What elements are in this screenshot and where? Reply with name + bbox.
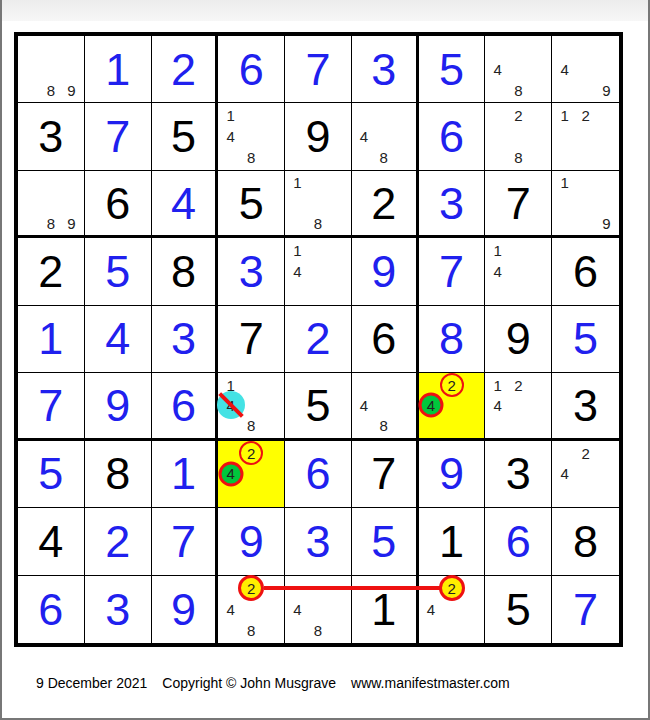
solved-digit: 9 xyxy=(239,519,264,564)
pencil-digit: 4 xyxy=(561,62,569,77)
cell-r6c5[interactable]: 5 xyxy=(285,373,352,440)
pencil-mark-1: 1 xyxy=(287,240,308,261)
cell-r3c3[interactable]: 4 xyxy=(152,171,219,238)
pencil-digit: 1 xyxy=(226,378,234,393)
pencil-mark-4: 4 xyxy=(487,59,508,80)
pencil-mark-2: 2 xyxy=(241,443,262,464)
cell-r2c5[interactable]: 9 xyxy=(285,103,352,170)
pencil-digit: 1 xyxy=(226,108,234,123)
solved-digit: 5 xyxy=(105,249,130,294)
pencil-mark-4: 4 xyxy=(287,599,308,620)
solved-digit: 6 xyxy=(506,519,531,564)
top-bar xyxy=(2,0,648,21)
pencil-digit: 1 xyxy=(561,108,569,123)
pencil-digit: 2 xyxy=(581,446,589,461)
footer-site: www.manifestmaster.com xyxy=(351,675,510,691)
pencil-mark-8: 8 xyxy=(308,213,329,233)
cell-r8c4[interactable]: 9 xyxy=(218,508,285,575)
given-digit: 2 xyxy=(38,249,63,294)
pencil-mark-4: 4 xyxy=(554,463,575,484)
cell-r6c8[interactable]: 124 xyxy=(485,373,552,440)
pencil-mark-1: 1 xyxy=(487,240,508,261)
given-digit: 4 xyxy=(38,519,63,564)
given-digit: 2 xyxy=(371,181,396,226)
solved-digit: 3 xyxy=(239,249,264,294)
cell-r3c9[interactable]: 19 xyxy=(552,171,619,238)
cell-r1c2[interactable]: 1 xyxy=(85,36,152,103)
solved-digit: 3 xyxy=(371,47,396,92)
pencil-digit: 9 xyxy=(67,216,75,231)
pencil-mark-4: 4 xyxy=(421,599,442,620)
pencil-mark-2: 2 xyxy=(575,443,596,464)
pencil-mark-8: 8 xyxy=(374,147,394,168)
cell-r7c6[interactable]: 7 xyxy=(352,441,419,508)
cell-r4c9[interactable]: 6 xyxy=(552,238,619,305)
pencil-digit: 8 xyxy=(514,150,522,165)
cell-r2c6[interactable]: 48 xyxy=(352,103,419,170)
solved-digit: 7 xyxy=(305,47,330,92)
pencil-marks: 148 xyxy=(220,105,282,167)
cell-r8c9[interactable]: 8 xyxy=(552,508,619,575)
pencil-marks: 89 xyxy=(20,173,82,233)
pencil-digit: 8 xyxy=(380,150,388,165)
cell-r6c3[interactable]: 6 xyxy=(152,373,219,440)
solved-digit: 7 xyxy=(171,519,196,564)
pencil-mark-2: 2 xyxy=(441,375,462,395)
footer-date: 9 December 2021 xyxy=(36,675,147,691)
pencil-mark-4: 4 xyxy=(554,59,575,80)
solved-digit: 7 xyxy=(439,249,464,294)
cell-r3c4[interactable]: 5 xyxy=(218,171,285,238)
given-digit: 9 xyxy=(506,316,531,361)
pencil-digit: 2 xyxy=(581,108,589,123)
pencil-mark-1: 1 xyxy=(220,105,241,126)
pencil-mark-2: 2 xyxy=(575,105,596,126)
pencil-digit: 4 xyxy=(494,62,502,77)
cell-r3c7[interactable]: 3 xyxy=(419,171,486,238)
pencil-marks: 28 xyxy=(487,105,549,167)
cell-r8c8[interactable]: 6 xyxy=(485,508,552,575)
pencil-mark-1: 1 xyxy=(554,105,575,126)
pencil-marks: 18 xyxy=(287,173,349,233)
pencil-digit: 4 xyxy=(226,602,234,617)
pencil-marks: 49 xyxy=(554,38,617,100)
pencil-digit: 8 xyxy=(47,216,55,231)
solved-digit: 6 xyxy=(239,47,264,92)
solved-digit: 1 xyxy=(38,316,63,361)
pencil-mark-1: 1 xyxy=(487,375,508,395)
cell-r8c5[interactable]: 3 xyxy=(285,508,352,575)
pencil-marks: 14 xyxy=(487,240,549,302)
pencil-mark-2: 2 xyxy=(441,578,462,599)
pencil-mark-9: 9 xyxy=(61,213,82,233)
pencil-mark-2: 2 xyxy=(241,578,262,599)
cell-r9c2[interactable]: 3 xyxy=(85,576,152,643)
given-digit: 3 xyxy=(573,383,598,428)
cell-r2c7[interactable]: 6 xyxy=(419,103,486,170)
cell-r2c2[interactable]: 7 xyxy=(85,103,152,170)
pencil-mark-4: 4 xyxy=(220,463,241,484)
given-digit: 5 xyxy=(305,383,330,428)
pencil-digit: 1 xyxy=(293,175,301,190)
pencil-digit: 9 xyxy=(602,83,610,98)
cell-r8c2[interactable]: 2 xyxy=(85,508,152,575)
cell-r1c5[interactable]: 7 xyxy=(285,36,352,103)
given-digit: 5 xyxy=(506,587,531,632)
pencil-digit: 4 xyxy=(494,264,502,279)
cell-r6c4[interactable]: 148 xyxy=(218,373,285,440)
pencil-mark-8: 8 xyxy=(374,416,394,436)
pencil-digit: 2 xyxy=(514,108,522,123)
pencil-digit: 4 xyxy=(494,398,502,413)
cell-r6c6[interactable]: 48 xyxy=(352,373,419,440)
solved-digit: 2 xyxy=(105,519,130,564)
solved-digit: 5 xyxy=(371,519,396,564)
pencil-mark-4: 4 xyxy=(421,395,442,415)
pencil-marks: 19 xyxy=(554,173,617,233)
pencil-digit: 4 xyxy=(293,264,301,279)
pencil-mark-8: 8 xyxy=(508,147,529,168)
pencil-mark-4: 4 xyxy=(220,599,241,620)
cell-r1c1[interactable]: 89 xyxy=(18,36,85,103)
cell-r1c6[interactable]: 3 xyxy=(352,36,419,103)
solved-digit: 9 xyxy=(171,587,196,632)
solved-digit: 3 xyxy=(171,316,196,361)
pencil-mark-4: 4 xyxy=(354,126,374,147)
cell-r1c3[interactable]: 2 xyxy=(152,36,219,103)
cell-r7c7[interactable]: 9 xyxy=(419,441,486,508)
cell-r5c8[interactable]: 9 xyxy=(485,306,552,373)
pencil-digit: 4 xyxy=(226,466,234,481)
given-digit: 8 xyxy=(105,451,130,496)
pencil-mark-8: 8 xyxy=(241,620,262,641)
pencil-digit: 1 xyxy=(494,243,502,258)
given-digit: 7 xyxy=(239,316,264,361)
pencil-digit: 1 xyxy=(293,243,301,258)
pencil-marks: 12 xyxy=(554,105,617,167)
pencil-mark-9: 9 xyxy=(61,80,82,101)
cell-r4c5[interactable]: 14 xyxy=(285,238,352,305)
solved-digit: 5 xyxy=(573,316,598,361)
cell-r5c5[interactable]: 2 xyxy=(285,306,352,373)
cell-r7c2[interactable]: 8 xyxy=(85,441,152,508)
given-digit: 7 xyxy=(506,181,531,226)
pencil-mark-8: 8 xyxy=(308,620,329,641)
cell-r3c6[interactable]: 2 xyxy=(352,171,419,238)
pencil-mark-4: 4 xyxy=(220,126,241,147)
solved-digit: 6 xyxy=(38,587,63,632)
cell-r5c2[interactable]: 4 xyxy=(85,306,152,373)
chain-link-line xyxy=(264,586,442,590)
cell-r9c1[interactable]: 6 xyxy=(18,576,85,643)
solved-digit: 5 xyxy=(38,451,63,496)
cell-r6c1[interactable]: 7 xyxy=(18,373,85,440)
given-digit: 8 xyxy=(573,519,598,564)
cell-r1c9[interactable]: 49 xyxy=(552,36,619,103)
solved-digit: 9 xyxy=(105,383,130,428)
solved-digit: 7 xyxy=(573,587,598,632)
pencil-mark-4: 4 xyxy=(354,395,374,415)
pencil-mark-8: 8 xyxy=(508,80,529,101)
cell-r4c1[interactable]: 2 xyxy=(18,238,85,305)
given-digit: 6 xyxy=(573,249,598,294)
pencil-mark-9: 9 xyxy=(596,80,617,101)
sudoku-grid: 8912673548493751489486281289645182371925… xyxy=(14,32,623,647)
cell-r1c8[interactable]: 48 xyxy=(485,36,552,103)
pencil-mark-8: 8 xyxy=(241,147,262,168)
given-digit: 1 xyxy=(439,519,464,564)
solved-digit: 1 xyxy=(171,451,196,496)
pencil-marks: 48 xyxy=(354,375,414,435)
solved-digit: 3 xyxy=(439,181,464,226)
cell-r1c4[interactable]: 6 xyxy=(218,36,285,103)
cell-r2c3[interactable]: 5 xyxy=(152,103,219,170)
pencil-marks: 48 xyxy=(354,105,414,167)
pencil-mark-2: 2 xyxy=(508,105,529,126)
cell-r5c7[interactable]: 8 xyxy=(419,306,486,373)
given-digit: 3 xyxy=(38,114,63,159)
cell-r5c9[interactable]: 5 xyxy=(552,306,619,373)
cell-r7c3[interactable]: 1 xyxy=(152,441,219,508)
pencil-digit: 8 xyxy=(247,623,255,638)
cell-r6c2[interactable]: 9 xyxy=(85,373,152,440)
cell-r3c5[interactable]: 18 xyxy=(285,171,352,238)
pencil-marks: 14 xyxy=(287,240,349,302)
pencil-digit: 8 xyxy=(380,418,388,433)
cell-r5c1[interactable]: 1 xyxy=(18,306,85,373)
cell-r7c4[interactable]: 24 xyxy=(218,441,285,508)
sudoku-window: 8912673548493751489486281289645182371925… xyxy=(0,0,650,720)
given-digit: 5 xyxy=(171,114,196,159)
given-digit: 1 xyxy=(371,587,396,632)
cell-r3c1[interactable]: 89 xyxy=(18,171,85,238)
pencil-digit: 4 xyxy=(427,602,435,617)
cell-r9c8[interactable]: 5 xyxy=(485,576,552,643)
pencil-marks: 89 xyxy=(20,38,82,100)
given-digit: 5 xyxy=(239,181,264,226)
cell-r2c8[interactable]: 28 xyxy=(485,103,552,170)
given-digit: 9 xyxy=(305,114,330,159)
cell-r4c8[interactable]: 14 xyxy=(485,238,552,305)
pencil-marks: 124 xyxy=(487,375,549,435)
pencil-digit: 2 xyxy=(447,581,455,596)
pencil-digit: 4 xyxy=(293,602,301,617)
pencil-digit: 8 xyxy=(314,623,322,638)
pencil-marks: 48 xyxy=(487,38,549,100)
cell-r5c3[interactable]: 3 xyxy=(152,306,219,373)
pencil-digit: 9 xyxy=(67,83,75,98)
footer: 9 December 2021Copyright © John Musgrave… xyxy=(36,675,525,691)
pencil-mark-8: 8 xyxy=(41,80,62,101)
cell-r7c1[interactable]: 5 xyxy=(18,441,85,508)
pencil-digit: 8 xyxy=(247,150,255,165)
cell-r5c4[interactable]: 7 xyxy=(218,306,285,373)
pencil-digit: 4 xyxy=(360,398,368,413)
cell-r8c6[interactable]: 5 xyxy=(352,508,419,575)
solved-digit: 6 xyxy=(439,114,464,159)
pencil-digit: 4 xyxy=(226,129,234,144)
pencil-digit: 4 xyxy=(427,398,435,413)
solved-digit: 5 xyxy=(439,47,464,92)
pencil-mark-8: 8 xyxy=(41,213,62,233)
cell-r6c7[interactable]: 24 xyxy=(419,373,486,440)
pencil-digit: 8 xyxy=(247,418,255,433)
pencil-marks: 24 xyxy=(220,443,282,505)
cell-r7c5[interactable]: 6 xyxy=(285,441,352,508)
pencil-mark-4: 4 xyxy=(287,261,308,282)
solved-digit: 4 xyxy=(105,316,130,361)
given-digit: 6 xyxy=(105,181,130,226)
pencil-mark-2: 2 xyxy=(508,375,529,395)
pencil-marks: 148 xyxy=(220,375,282,435)
solved-digit: 7 xyxy=(105,114,130,159)
cell-r2c4[interactable]: 148 xyxy=(218,103,285,170)
solved-digit: 9 xyxy=(371,249,396,294)
pencil-digit: 4 xyxy=(561,466,569,481)
pencil-mark-4: 4 xyxy=(487,395,508,415)
pencil-digit: 2 xyxy=(514,378,522,393)
cell-r4c4[interactable]: 3 xyxy=(218,238,285,305)
cell-r8c1[interactable]: 4 xyxy=(18,508,85,575)
solved-digit: 2 xyxy=(171,47,196,92)
solved-digit: 6 xyxy=(305,451,330,496)
cell-r3c8[interactable]: 7 xyxy=(485,171,552,238)
cell-r8c7[interactable]: 1 xyxy=(419,508,486,575)
pencil-mark-4: 4 xyxy=(487,261,508,282)
cell-r1c7[interactable]: 5 xyxy=(419,36,486,103)
pencil-digit: 9 xyxy=(602,216,610,231)
given-digit: 8 xyxy=(171,249,196,294)
pencil-digit: 1 xyxy=(561,175,569,190)
solved-digit: 3 xyxy=(105,587,130,632)
pencil-marks: 24 xyxy=(421,375,483,435)
pencil-digit: 1 xyxy=(494,378,502,393)
cell-r2c9[interactable]: 12 xyxy=(552,103,619,170)
pencil-mark-9: 9 xyxy=(596,213,617,233)
cell-r3c2[interactable]: 6 xyxy=(85,171,152,238)
pencil-marks: 24 xyxy=(554,443,617,505)
cell-r4c7[interactable]: 7 xyxy=(419,238,486,305)
solved-digit: 8 xyxy=(439,316,464,361)
footer-copyright: Copyright © John Musgrave xyxy=(162,675,336,691)
solved-digit: 1 xyxy=(105,47,130,92)
cell-r2c1[interactable]: 3 xyxy=(18,103,85,170)
pencil-digit: 2 xyxy=(247,446,255,461)
solved-digit: 7 xyxy=(38,383,63,428)
pencil-mark-1: 1 xyxy=(554,173,575,193)
cell-r5c6[interactable]: 6 xyxy=(352,306,419,373)
cell-r4c3[interactable]: 8 xyxy=(152,238,219,305)
cell-r9c9[interactable]: 7 xyxy=(552,576,619,643)
cell-r6c9[interactable]: 3 xyxy=(552,373,619,440)
cell-r7c8[interactable]: 3 xyxy=(485,441,552,508)
solved-digit: 2 xyxy=(305,316,330,361)
solved-digit: 9 xyxy=(439,451,464,496)
pencil-digit: 4 xyxy=(360,129,368,144)
solved-digit: 6 xyxy=(171,383,196,428)
pencil-digit: 2 xyxy=(447,378,455,393)
pencil-mark-1: 1 xyxy=(287,173,308,193)
pencil-digit: 8 xyxy=(47,83,55,98)
cell-r9c3[interactable]: 9 xyxy=(152,576,219,643)
pencil-digit: 2 xyxy=(247,581,255,596)
given-digit: 6 xyxy=(371,316,396,361)
given-digit: 7 xyxy=(371,451,396,496)
cell-r8c3[interactable]: 7 xyxy=(152,508,219,575)
given-digit: 3 xyxy=(506,451,531,496)
pencil-digit: 8 xyxy=(514,83,522,98)
solved-digit: 4 xyxy=(171,181,196,226)
pencil-digit: 8 xyxy=(314,216,322,231)
cell-r7c9[interactable]: 24 xyxy=(552,441,619,508)
pencil-mark-4: 4 xyxy=(220,395,241,415)
cell-r4c6[interactable]: 9 xyxy=(352,238,419,305)
cell-r4c2[interactable]: 5 xyxy=(85,238,152,305)
pencil-mark-8: 8 xyxy=(241,416,262,436)
solved-digit: 3 xyxy=(305,519,330,564)
